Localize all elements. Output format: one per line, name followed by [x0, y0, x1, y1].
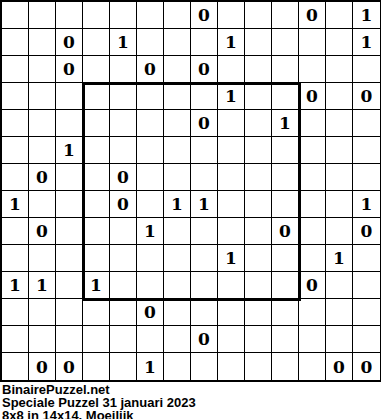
cell-r6c6[interactable] [137, 137, 164, 164]
cell-r2c4[interactable] [83, 29, 110, 56]
cell-r12c8[interactable] [191, 299, 218, 326]
cell-r12c14[interactable] [353, 299, 380, 326]
cell-r2c2[interactable] [29, 29, 56, 56]
cell-r4c11[interactable] [272, 83, 299, 110]
cell-r9c1[interactable] [2, 218, 29, 245]
cell-r2c12[interactable] [299, 29, 326, 56]
cell-r14c6: 1 [137, 353, 164, 380]
cell-r3c7[interactable] [164, 56, 191, 83]
cell-r7c3[interactable] [56, 164, 83, 191]
cell-r9c10[interactable] [245, 218, 272, 245]
cell-r2c5: 1 [110, 29, 137, 56]
cell-r2c10[interactable] [245, 29, 272, 56]
cell-r14c8[interactable] [191, 353, 218, 380]
cell-r10c1[interactable] [2, 245, 29, 272]
cell-r7c10[interactable] [245, 164, 272, 191]
cell-r10c12[interactable] [299, 245, 326, 272]
cell-r13c11[interactable] [272, 326, 299, 353]
cell-r13c13[interactable] [326, 326, 353, 353]
cell-r14c3: 0 [56, 353, 83, 380]
cell-r13c4[interactable] [83, 326, 110, 353]
cell-r8c14: 1 [353, 191, 380, 218]
cell-r4c8[interactable] [191, 83, 218, 110]
cell-r13c3[interactable] [56, 326, 83, 353]
cell-r9c13[interactable] [326, 218, 353, 245]
cell-r9c6: 1 [137, 218, 164, 245]
cell-r12c4[interactable] [83, 299, 110, 326]
cell-r13c10[interactable] [245, 326, 272, 353]
cell-r10c11[interactable] [272, 245, 299, 272]
cell-r4c3[interactable] [56, 83, 83, 110]
cell-r6c12[interactable] [299, 137, 326, 164]
cell-r13c1[interactable] [2, 326, 29, 353]
cell-r8c13[interactable] [326, 191, 353, 218]
cell-r7c11[interactable] [272, 164, 299, 191]
cell-r9c2: 0 [29, 218, 56, 245]
cell-r5c1[interactable] [2, 110, 29, 137]
cell-r4c14: 0 [353, 83, 380, 110]
cell-r9c8[interactable] [191, 218, 218, 245]
cell-r8c1: 1 [2, 191, 29, 218]
cell-r6c3: 1 [56, 137, 83, 164]
cell-r6c9[interactable] [218, 137, 245, 164]
cell-r11c1: 1 [2, 272, 29, 299]
cell-r4c5[interactable] [110, 83, 137, 110]
cell-r11c14[interactable] [353, 272, 380, 299]
cell-r1c1[interactable] [2, 2, 29, 29]
cell-r7c9[interactable] [218, 164, 245, 191]
cell-r6c7[interactable] [164, 137, 191, 164]
cell-r5c10[interactable] [245, 110, 272, 137]
cell-r8c4[interactable] [83, 191, 110, 218]
cell-r13c5[interactable] [110, 326, 137, 353]
cell-r3c5[interactable] [110, 56, 137, 83]
cell-r13c7[interactable] [164, 326, 191, 353]
cell-r14c2: 0 [29, 353, 56, 380]
cell-r6c14[interactable] [353, 137, 380, 164]
cell-r5c13[interactable] [326, 110, 353, 137]
cell-r8c10[interactable] [245, 191, 272, 218]
cell-r7c7[interactable] [164, 164, 191, 191]
cell-r10c6[interactable] [137, 245, 164, 272]
cell-r10c13: 1 [326, 245, 353, 272]
cell-r5c5[interactable] [110, 110, 137, 137]
cell-r2c8[interactable] [191, 29, 218, 56]
cell-r6c1[interactable] [2, 137, 29, 164]
cell-r2c7[interactable] [164, 29, 191, 56]
cell-r6c4[interactable] [83, 137, 110, 164]
cell-r13c8: 0 [191, 326, 218, 353]
cell-r4c1[interactable] [2, 83, 29, 110]
cell-r13c9[interactable] [218, 326, 245, 353]
cell-r14c5[interactable] [110, 353, 137, 380]
cell-r10c2[interactable] [29, 245, 56, 272]
cell-r1c8: 0 [191, 2, 218, 29]
cell-r10c14[interactable] [353, 245, 380, 272]
puzzle-meta: 8x8 in 14x14, Moeilijk [2, 409, 381, 419]
cell-r11c3[interactable] [56, 272, 83, 299]
cell-r9c3[interactable] [56, 218, 83, 245]
cell-r11c10[interactable] [245, 272, 272, 299]
cell-r3c11[interactable] [272, 56, 299, 83]
cell-r1c13[interactable] [326, 2, 353, 29]
cell-r11c4: 1 [83, 272, 110, 299]
cell-r12c9[interactable] [218, 299, 245, 326]
cell-r11c13[interactable] [326, 272, 353, 299]
cell-r9c9[interactable] [218, 218, 245, 245]
cell-r6c5[interactable] [110, 137, 137, 164]
cell-r11c6[interactable] [137, 272, 164, 299]
cell-r2c13[interactable] [326, 29, 353, 56]
cell-r9c14: 0 [353, 218, 380, 245]
cell-r8c2[interactable] [29, 191, 56, 218]
cell-r12c3[interactable] [56, 299, 83, 326]
cell-r5c12[interactable] [299, 110, 326, 137]
cell-r14c14: 0 [353, 353, 380, 380]
cell-r7c1[interactable] [2, 164, 29, 191]
cell-r14c4[interactable] [83, 353, 110, 380]
puzzle-board: 0010111000100011001011101001111100000100 [0, 0, 381, 382]
cell-r9c5[interactable] [110, 218, 137, 245]
cell-r8c5: 0 [110, 191, 137, 218]
cell-r11c11[interactable] [272, 272, 299, 299]
cell-r14c11[interactable] [272, 353, 299, 380]
cell-r4c12: 0 [299, 83, 326, 110]
cell-r12c6: 0 [137, 299, 164, 326]
cell-r11c8[interactable] [191, 272, 218, 299]
cell-r2c11[interactable] [272, 29, 299, 56]
cell-r6c13[interactable] [326, 137, 353, 164]
cell-r7c14[interactable] [353, 164, 380, 191]
cell-r10c4[interactable] [83, 245, 110, 272]
cell-r3c2[interactable] [29, 56, 56, 83]
cell-r5c8: 0 [191, 110, 218, 137]
cell-r10c3[interactable] [56, 245, 83, 272]
cell-r3c6: 0 [137, 56, 164, 83]
cell-r1c10[interactable] [245, 2, 272, 29]
cell-r5c11: 1 [272, 110, 299, 137]
cell-r7c8[interactable] [191, 164, 218, 191]
cell-r3c3: 0 [56, 56, 83, 83]
cell-r8c8: 1 [191, 191, 218, 218]
cell-r12c13[interactable] [326, 299, 353, 326]
cell-r5c3[interactable] [56, 110, 83, 137]
cell-r2c1[interactable] [2, 29, 29, 56]
cell-r13c14[interactable] [353, 326, 380, 353]
cell-r8c11[interactable] [272, 191, 299, 218]
cell-r5c7[interactable] [164, 110, 191, 137]
cell-r9c4[interactable] [83, 218, 110, 245]
cell-r14c10[interactable] [245, 353, 272, 380]
cell-r10c5[interactable] [110, 245, 137, 272]
cell-r1c14: 1 [353, 2, 380, 29]
cell-r7c12[interactable] [299, 164, 326, 191]
cell-r8c12[interactable] [299, 191, 326, 218]
cell-r1c7[interactable] [164, 2, 191, 29]
cell-r4c9: 1 [218, 83, 245, 110]
cell-r3c4[interactable] [83, 56, 110, 83]
cell-r8c3[interactable] [56, 191, 83, 218]
cell-r9c12[interactable] [299, 218, 326, 245]
cell-r14c9[interactable] [218, 353, 245, 380]
cell-r3c1[interactable] [2, 56, 29, 83]
cell-r10c7[interactable] [164, 245, 191, 272]
cell-r7c6[interactable] [137, 164, 164, 191]
cell-r11c7[interactable] [164, 272, 191, 299]
cell-r1c11[interactable] [272, 2, 299, 29]
cell-r6c10[interactable] [245, 137, 272, 164]
cell-r12c5[interactable] [110, 299, 137, 326]
cell-r4c2[interactable] [29, 83, 56, 110]
cell-r12c1[interactable] [2, 299, 29, 326]
cell-r8c9[interactable] [218, 191, 245, 218]
cell-r5c9[interactable] [218, 110, 245, 137]
cell-r6c2[interactable] [29, 137, 56, 164]
cell-r1c9[interactable] [218, 2, 245, 29]
cell-r7c4[interactable] [83, 164, 110, 191]
cell-r4c13[interactable] [326, 83, 353, 110]
cell-r11c5[interactable] [110, 272, 137, 299]
cell-r12c12[interactable] [299, 299, 326, 326]
cell-r11c12: 0 [299, 272, 326, 299]
cell-r2c6[interactable] [137, 29, 164, 56]
cell-r13c2[interactable] [29, 326, 56, 353]
cell-r2c3: 0 [56, 29, 83, 56]
cell-r12c11[interactable] [272, 299, 299, 326]
cell-r10c8[interactable] [191, 245, 218, 272]
cell-r11c9[interactable] [218, 272, 245, 299]
puzzle-grid: 0010111000100011001011101001111100000100 [2, 2, 380, 380]
cell-r3c13[interactable] [326, 56, 353, 83]
cell-r5c4[interactable] [83, 110, 110, 137]
cell-r4c7[interactable] [164, 83, 191, 110]
cell-r4c4[interactable] [83, 83, 110, 110]
cell-r10c10[interactable] [245, 245, 272, 272]
cell-r3c8: 0 [191, 56, 218, 83]
cell-r2c9: 1 [218, 29, 245, 56]
cell-r7c13[interactable] [326, 164, 353, 191]
cell-r5c14[interactable] [353, 110, 380, 137]
cell-r8c6[interactable] [137, 191, 164, 218]
cell-r11c2: 1 [29, 272, 56, 299]
cell-r6c8[interactable] [191, 137, 218, 164]
cell-r14c13: 0 [326, 353, 353, 380]
cell-r1c3[interactable] [56, 2, 83, 29]
cell-r13c6[interactable] [137, 326, 164, 353]
cell-r5c2[interactable] [29, 110, 56, 137]
cell-r1c5[interactable] [110, 2, 137, 29]
cell-r3c14[interactable] [353, 56, 380, 83]
cell-r10c9: 1 [218, 245, 245, 272]
cell-r3c10[interactable] [245, 56, 272, 83]
cell-r12c2[interactable] [29, 299, 56, 326]
cell-r12c7[interactable] [164, 299, 191, 326]
binary-puzzle-page: 0010111000100011001011101001111100000100… [0, 0, 381, 419]
cell-r6c11[interactable] [272, 137, 299, 164]
cell-r14c12[interactable] [299, 353, 326, 380]
cell-r7c2: 0 [29, 164, 56, 191]
cell-r1c6[interactable] [137, 2, 164, 29]
cell-r14c7[interactable] [164, 353, 191, 380]
cell-r4c10[interactable] [245, 83, 272, 110]
cell-r2c14: 1 [353, 29, 380, 56]
cell-r12c10[interactable] [245, 299, 272, 326]
cell-r7c5: 0 [110, 164, 137, 191]
cell-r5c6[interactable] [137, 110, 164, 137]
cell-r9c7[interactable] [164, 218, 191, 245]
cell-r8c7: 1 [164, 191, 191, 218]
cell-r14c1[interactable] [2, 353, 29, 380]
footer: BinairePuzzel.net Speciale Puzzel 31 jan… [0, 382, 381, 419]
cell-r4c6[interactable] [137, 83, 164, 110]
cell-r9c11: 0 [272, 218, 299, 245]
cell-r1c12: 0 [299, 2, 326, 29]
cell-r1c4[interactable] [83, 2, 110, 29]
cell-r3c12[interactable] [299, 56, 326, 83]
cell-r3c9[interactable] [218, 56, 245, 83]
cell-r1c2[interactable] [29, 2, 56, 29]
cell-r13c12[interactable] [299, 326, 326, 353]
